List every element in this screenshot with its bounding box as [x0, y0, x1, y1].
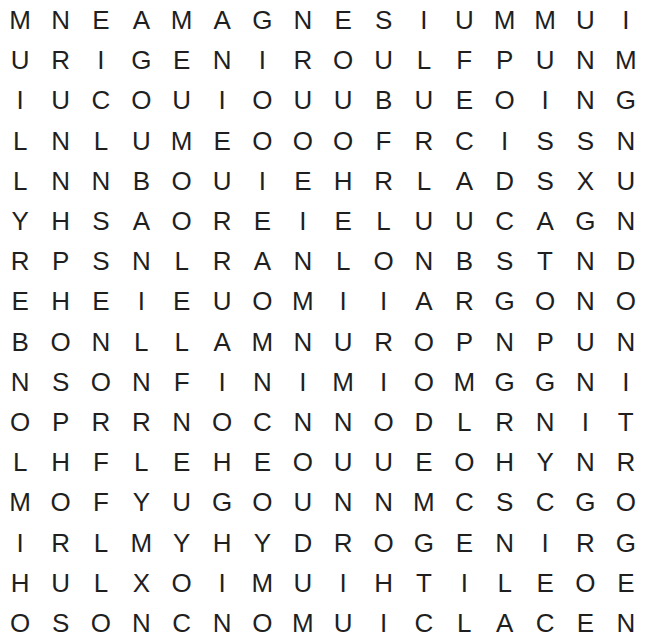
grid-cell-r16c10[interactable]: I — [363, 603, 403, 643]
grid-cell-r15c6[interactable]: I — [202, 563, 242, 603]
grid-cell-r11c2[interactable]: P — [40, 402, 80, 442]
grid-cell-r5c15[interactable]: X — [565, 161, 605, 201]
grid-cell-r7c6[interactable]: R — [202, 241, 242, 281]
grid-cell-r12c7[interactable]: E — [242, 442, 282, 482]
grid-cell-r11c3[interactable]: R — [81, 402, 121, 442]
grid-cell-r11c4[interactable]: R — [121, 402, 161, 442]
grid-cell-r14c5[interactable]: Y — [162, 522, 202, 562]
grid-cell-r9c9[interactable]: U — [323, 322, 363, 362]
grid-cell-r12c5[interactable]: E — [162, 442, 202, 482]
grid-cell-r11c1[interactable]: O — [0, 402, 40, 442]
grid-cell-r10c3[interactable]: O — [81, 362, 121, 402]
grid-cell-r8c10[interactable]: I — [363, 281, 403, 321]
grid-cell-r12c11[interactable]: E — [404, 442, 444, 482]
grid-cell-r6c4[interactable]: A — [121, 201, 161, 241]
grid-cell-r15c15[interactable]: O — [565, 563, 605, 603]
grid-cell-r10c13[interactable]: G — [485, 362, 525, 402]
grid-cell-r13c1[interactable]: M — [0, 482, 40, 522]
grid-cell-r10c5[interactable]: F — [162, 362, 202, 402]
grid-cell-r14c8[interactable]: D — [283, 522, 323, 562]
grid-cell-r1c13[interactable]: M — [485, 0, 525, 40]
grid-cell-r1c15[interactable]: U — [565, 0, 605, 40]
grid-cell-r1c3[interactable]: E — [81, 0, 121, 40]
grid-cell-r16c6[interactable]: N — [202, 603, 242, 643]
grid-cell-r5c5[interactable]: O — [162, 161, 202, 201]
grid-cell-r3c12[interactable]: E — [444, 80, 484, 120]
grid-cell-r3c16[interactable]: G — [606, 80, 646, 120]
grid-cell-r13c16[interactable]: O — [606, 482, 646, 522]
grid-cell-r8c16[interactable]: O — [606, 281, 646, 321]
grid-cell-r15c4[interactable]: X — [121, 563, 161, 603]
grid-cell-r11c12[interactable]: L — [444, 402, 484, 442]
grid-cell-r13c12[interactable]: C — [444, 482, 484, 522]
grid-cell-r8c11[interactable]: A — [404, 281, 444, 321]
grid-cell-r9c13[interactable]: N — [485, 322, 525, 362]
grid-cell-r15c3[interactable]: L — [81, 563, 121, 603]
grid-cell-r7c8[interactable]: N — [283, 241, 323, 281]
grid-cell-r15c2[interactable]: U — [40, 563, 80, 603]
grid-cell-r14c7[interactable]: Y — [242, 522, 282, 562]
grid-cell-r9c12[interactable]: P — [444, 322, 484, 362]
grid-cell-r8c9[interactable]: I — [323, 281, 363, 321]
grid-cell-r6c12[interactable]: U — [444, 201, 484, 241]
grid-cell-r6c14[interactable]: A — [525, 201, 565, 241]
grid-cell-r13c15[interactable]: G — [565, 482, 605, 522]
grid-cell-r2c12[interactable]: F — [444, 40, 484, 80]
grid-cell-r12c4[interactable]: L — [121, 442, 161, 482]
grid-cell-r5c16[interactable]: U — [606, 161, 646, 201]
grid-cell-r2c13[interactable]: P — [485, 40, 525, 80]
grid-cell-r6c13[interactable]: C — [485, 201, 525, 241]
grid-cell-r16c4[interactable]: N — [121, 603, 161, 643]
grid-cell-r11c15[interactable]: I — [565, 402, 605, 442]
grid-cell-r9c4[interactable]: L — [121, 322, 161, 362]
grid-cell-r8c3[interactable]: E — [81, 281, 121, 321]
grid-cell-r6c2[interactable]: H — [40, 201, 80, 241]
grid-cell-r16c9[interactable]: U — [323, 603, 363, 643]
grid-cell-r11c13[interactable]: R — [485, 402, 525, 442]
grid-cell-r8c5[interactable]: E — [162, 281, 202, 321]
grid-cell-r9c11[interactable]: O — [404, 322, 444, 362]
grid-cell-r5c12[interactable]: A — [444, 161, 484, 201]
grid-cell-r10c2[interactable]: S — [40, 362, 80, 402]
grid-cell-r11c11[interactable]: D — [404, 402, 444, 442]
grid-cell-r2c16[interactable]: M — [606, 40, 646, 80]
grid-cell-r15c7[interactable]: M — [242, 563, 282, 603]
word-search-page: MNEAMAGNESIUMMUIURIGENIROULFPUNMIUCOUIOU… — [0, 0, 646, 643]
grid-cell-r3c14[interactable]: I — [525, 80, 565, 120]
grid-cell-r5c3[interactable]: N — [81, 161, 121, 201]
grid-cell-r8c13[interactable]: G — [485, 281, 525, 321]
grid-cell-r15c11[interactable]: T — [404, 563, 444, 603]
grid-cell-r2c14[interactable]: U — [525, 40, 565, 80]
grid-cell-r9c10[interactable]: R — [363, 322, 403, 362]
grid-cell-r14c11[interactable]: G — [404, 522, 444, 562]
grid-cell-r2c1[interactable]: U — [0, 40, 40, 80]
grid-cell-r9c8[interactable]: N — [283, 322, 323, 362]
grid-cell-r7c1[interactable]: R — [0, 241, 40, 281]
grid-cell-r9c14[interactable]: P — [525, 322, 565, 362]
grid-cell-r1c6[interactable]: A — [202, 0, 242, 40]
grid-cell-r4c4[interactable]: U — [121, 121, 161, 161]
grid-cell-r5c7[interactable]: I — [242, 161, 282, 201]
grid-cell-r4c14[interactable]: S — [525, 121, 565, 161]
grid-cell-r13c3[interactable]: F — [81, 482, 121, 522]
grid-cell-r8c6[interactable]: U — [202, 281, 242, 321]
grid-cell-r6c3[interactable]: S — [81, 201, 121, 241]
grid-cell-r16c14[interactable]: C — [525, 603, 565, 643]
grid-cell-r14c2[interactable]: R — [40, 522, 80, 562]
grid-cell-r16c2[interactable]: S — [40, 603, 80, 643]
grid-cell-r15c9[interactable]: I — [323, 563, 363, 603]
grid-cell-r16c1[interactable]: O — [0, 603, 40, 643]
grid-cell-r12c1[interactable]: L — [0, 442, 40, 482]
grid-cell-r7c15[interactable]: N — [565, 241, 605, 281]
grid-cell-r8c15[interactable]: N — [565, 281, 605, 321]
grid-cell-r2c6[interactable]: N — [202, 40, 242, 80]
grid-cell-r4c6[interactable]: E — [202, 121, 242, 161]
grid-cell-r11c7[interactable]: C — [242, 402, 282, 442]
grid-cell-r15c8[interactable]: U — [283, 563, 323, 603]
grid-cell-r1c4[interactable]: A — [121, 0, 161, 40]
grid-cell-r4c9[interactable]: O — [323, 121, 363, 161]
grid-cell-r10c1[interactable]: N — [0, 362, 40, 402]
grid-cell-r3c8[interactable]: U — [283, 80, 323, 120]
grid-cell-r9c16[interactable]: N — [606, 322, 646, 362]
grid-cell-r6c11[interactable]: U — [404, 201, 444, 241]
grid-cell-r10c9[interactable]: M — [323, 362, 363, 402]
grid-cell-r9c3[interactable]: N — [81, 322, 121, 362]
grid-cell-r9c7[interactable]: M — [242, 322, 282, 362]
grid-cell-r11c14[interactable]: N — [525, 402, 565, 442]
grid-cell-r12c8[interactable]: O — [283, 442, 323, 482]
grid-cell-r5c9[interactable]: H — [323, 161, 363, 201]
grid-cell-r4c11[interactable]: R — [404, 121, 444, 161]
grid-cell-r11c16[interactable]: T — [606, 402, 646, 442]
grid-cell-r2c5[interactable]: E — [162, 40, 202, 80]
grid-cell-r1c2[interactable]: N — [40, 0, 80, 40]
grid-cell-r14c1[interactable]: I — [0, 522, 40, 562]
grid-cell-r7c5[interactable]: L — [162, 241, 202, 281]
grid-cell-r4c15[interactable]: S — [565, 121, 605, 161]
grid-cell-r3c10[interactable]: B — [363, 80, 403, 120]
grid-cell-r10c16[interactable]: I — [606, 362, 646, 402]
grid-cell-r6c6[interactable]: R — [202, 201, 242, 241]
grid-cell-r10c15[interactable]: N — [565, 362, 605, 402]
grid-cell-r12c3[interactable]: F — [81, 442, 121, 482]
grid-cell-r7c14[interactable]: T — [525, 241, 565, 281]
grid-cell-r7c16[interactable]: D — [606, 241, 646, 281]
grid-cell-r4c7[interactable]: O — [242, 121, 282, 161]
grid-cell-r6c8[interactable]: I — [283, 201, 323, 241]
grid-cell-r5c6[interactable]: U — [202, 161, 242, 201]
grid-cell-r15c16[interactable]: E — [606, 563, 646, 603]
grid-cell-r10c14[interactable]: G — [525, 362, 565, 402]
grid-cell-r4c5[interactable]: M — [162, 121, 202, 161]
grid-cell-r15c14[interactable]: E — [525, 563, 565, 603]
grid-cell-r16c12[interactable]: L — [444, 603, 484, 643]
grid-cell-r8c4[interactable]: I — [121, 281, 161, 321]
grid-cell-r11c5[interactable]: N — [162, 402, 202, 442]
grid-cell-r7c9[interactable]: L — [323, 241, 363, 281]
grid-cell-r15c1[interactable]: H — [0, 563, 40, 603]
grid-cell-r12c14[interactable]: Y — [525, 442, 565, 482]
grid-cell-r1c5[interactable]: M — [162, 0, 202, 40]
grid-cell-r5c14[interactable]: S — [525, 161, 565, 201]
grid-cell-r7c11[interactable]: N — [404, 241, 444, 281]
grid-cell-r1c16[interactable]: I — [606, 0, 646, 40]
grid-cell-r6c15[interactable]: G — [565, 201, 605, 241]
grid-cell-r6c9[interactable]: E — [323, 201, 363, 241]
grid-cell-r11c8[interactable]: N — [283, 402, 323, 442]
grid-cell-r14c6[interactable]: H — [202, 522, 242, 562]
grid-cell-r16c16[interactable]: N — [606, 603, 646, 643]
grid-cell-r2c3[interactable]: I — [81, 40, 121, 80]
grid-cell-r15c12[interactable]: I — [444, 563, 484, 603]
grid-cell-r3c13[interactable]: O — [485, 80, 525, 120]
grid-cell-r7c10[interactable]: O — [363, 241, 403, 281]
grid-cell-r1c10[interactable]: S — [363, 0, 403, 40]
grid-cell-r12c13[interactable]: H — [485, 442, 525, 482]
grid-cell-r1c14[interactable]: M — [525, 0, 565, 40]
grid-cell-r4c10[interactable]: F — [363, 121, 403, 161]
grid-cell-r14c13[interactable]: N — [485, 522, 525, 562]
grid-cell-r9c15[interactable]: U — [565, 322, 605, 362]
grid-cell-r15c10[interactable]: H — [363, 563, 403, 603]
grid-cell-r8c8[interactable]: M — [283, 281, 323, 321]
grid-cell-r4c3[interactable]: L — [81, 121, 121, 161]
grid-cell-r7c13[interactable]: S — [485, 241, 525, 281]
grid-cell-r12c15[interactable]: N — [565, 442, 605, 482]
grid-cell-r9c6[interactable]: A — [202, 322, 242, 362]
grid-cell-r2c8[interactable]: R — [283, 40, 323, 80]
grid-cell-r13c8[interactable]: U — [283, 482, 323, 522]
grid-cell-r14c9[interactable]: R — [323, 522, 363, 562]
grid-cell-r16c3[interactable]: O — [81, 603, 121, 643]
grid-cell-r14c3[interactable]: L — [81, 522, 121, 562]
grid-cell-r5c4[interactable]: B — [121, 161, 161, 201]
grid-cell-r2c4[interactable]: G — [121, 40, 161, 80]
grid-cell-r10c6[interactable]: I — [202, 362, 242, 402]
grid-cell-r13c6[interactable]: G — [202, 482, 242, 522]
grid-cell-r2c7[interactable]: I — [242, 40, 282, 80]
grid-cell-r13c2[interactable]: O — [40, 482, 80, 522]
grid-cell-r6c10[interactable]: L — [363, 201, 403, 241]
grid-cell-r10c11[interactable]: O — [404, 362, 444, 402]
grid-cell-r13c13[interactable]: S — [485, 482, 525, 522]
word-search-grid: MNEAMAGNESIUMMUIURIGENIROULFPUNMIUCOUIOU… — [0, 0, 646, 643]
grid-cell-r8c2[interactable]: H — [40, 281, 80, 321]
grid-cell-r8c14[interactable]: O — [525, 281, 565, 321]
grid-cell-r5c13[interactable]: D — [485, 161, 525, 201]
grid-cell-r7c7[interactable]: A — [242, 241, 282, 281]
grid-cell-r2c9[interactable]: O — [323, 40, 363, 80]
grid-cell-r1c1[interactable]: M — [0, 0, 40, 40]
grid-cell-r3c11[interactable]: U — [404, 80, 444, 120]
grid-cell-r5c10[interactable]: R — [363, 161, 403, 201]
grid-cell-r3c5[interactable]: U — [162, 80, 202, 120]
grid-cell-r8c12[interactable]: R — [444, 281, 484, 321]
grid-cell-r9c2[interactable]: O — [40, 322, 80, 362]
grid-cell-r10c7[interactable]: N — [242, 362, 282, 402]
grid-cell-r9c1[interactable]: B — [0, 322, 40, 362]
grid-cell-r8c7[interactable]: O — [242, 281, 282, 321]
grid-cell-r3c9[interactable]: U — [323, 80, 363, 120]
grid-cell-r12c6[interactable]: H — [202, 442, 242, 482]
grid-cell-r16c11[interactable]: C — [404, 603, 444, 643]
grid-cell-r4c1[interactable]: L — [0, 121, 40, 161]
grid-cell-r4c13[interactable]: I — [485, 121, 525, 161]
grid-cell-r3c3[interactable]: C — [81, 80, 121, 120]
grid-cell-r16c13[interactable]: A — [485, 603, 525, 643]
grid-cell-r14c4[interactable]: M — [121, 522, 161, 562]
grid-cell-r6c7[interactable]: E — [242, 201, 282, 241]
grid-cell-r9c5[interactable]: L — [162, 322, 202, 362]
grid-cell-r7c2[interactable]: P — [40, 241, 80, 281]
grid-cell-r4c12[interactable]: C — [444, 121, 484, 161]
grid-cell-r14c10[interactable]: O — [363, 522, 403, 562]
grid-cell-r2c10[interactable]: U — [363, 40, 403, 80]
grid-cell-r3c15[interactable]: N — [565, 80, 605, 120]
grid-cell-r1c7[interactable]: G — [242, 0, 282, 40]
grid-cell-r16c8[interactable]: M — [283, 603, 323, 643]
grid-cell-r6c1[interactable]: Y — [0, 201, 40, 241]
grid-cell-r12c2[interactable]: H — [40, 442, 80, 482]
grid-cell-r13c7[interactable]: O — [242, 482, 282, 522]
grid-cell-r10c10[interactable]: I — [363, 362, 403, 402]
grid-cell-r15c13[interactable]: L — [485, 563, 525, 603]
grid-cell-r13c4[interactable]: Y — [121, 482, 161, 522]
grid-cell-r13c5[interactable]: U — [162, 482, 202, 522]
grid-cell-r12c12[interactable]: O — [444, 442, 484, 482]
grid-cell-r1c11[interactable]: I — [404, 0, 444, 40]
grid-cell-r7c3[interactable]: S — [81, 241, 121, 281]
grid-cell-r11c6[interactable]: O — [202, 402, 242, 442]
grid-cell-r12c16[interactable]: R — [606, 442, 646, 482]
grid-cell-r1c12[interactable]: U — [444, 0, 484, 40]
grid-cell-r5c2[interactable]: N — [40, 161, 80, 201]
grid-cell-r5c8[interactable]: E — [283, 161, 323, 201]
grid-cell-r4c2[interactable]: N — [40, 121, 80, 161]
grid-cell-r5c1[interactable]: L — [0, 161, 40, 201]
grid-cell-r14c12[interactable]: E — [444, 522, 484, 562]
grid-cell-r2c15[interactable]: N — [565, 40, 605, 80]
grid-cell-r14c15[interactable]: R — [565, 522, 605, 562]
grid-cell-r12c9[interactable]: U — [323, 442, 363, 482]
grid-cell-r3c4[interactable]: O — [121, 80, 161, 120]
grid-cell-r12c10[interactable]: U — [363, 442, 403, 482]
grid-cell-r4c8[interactable]: O — [283, 121, 323, 161]
grid-cell-r13c9[interactable]: N — [323, 482, 363, 522]
grid-cell-r10c8[interactable]: I — [283, 362, 323, 402]
grid-cell-r13c10[interactable]: N — [363, 482, 403, 522]
grid-cell-r4c16[interactable]: N — [606, 121, 646, 161]
grid-cell-r14c14[interactable]: I — [525, 522, 565, 562]
grid-cell-r10c4[interactable]: N — [121, 362, 161, 402]
grid-cell-r2c2[interactable]: R — [40, 40, 80, 80]
grid-cell-r2c11[interactable]: L — [404, 40, 444, 80]
grid-cell-r6c16[interactable]: N — [606, 201, 646, 241]
grid-cell-r14c16[interactable]: G — [606, 522, 646, 562]
grid-cell-r3c7[interactable]: O — [242, 80, 282, 120]
grid-cell-r7c12[interactable]: B — [444, 241, 484, 281]
grid-cell-r16c7[interactable]: O — [242, 603, 282, 643]
grid-cell-r1c9[interactable]: E — [323, 0, 363, 40]
grid-cell-r15c5[interactable]: O — [162, 563, 202, 603]
grid-cell-r10c12[interactable]: M — [444, 362, 484, 402]
grid-cell-r7c4[interactable]: N — [121, 241, 161, 281]
grid-cell-r13c14[interactable]: C — [525, 482, 565, 522]
grid-cell-r1c8[interactable]: N — [283, 0, 323, 40]
grid-cell-r5c11[interactable]: L — [404, 161, 444, 201]
grid-cell-r8c1[interactable]: E — [0, 281, 40, 321]
grid-cell-r6c5[interactable]: O — [162, 201, 202, 241]
grid-cell-r3c6[interactable]: I — [202, 80, 242, 120]
grid-cell-r3c1[interactable]: I — [0, 80, 40, 120]
grid-cell-r16c15[interactable]: E — [565, 603, 605, 643]
grid-cell-r11c10[interactable]: O — [363, 402, 403, 442]
grid-cell-r3c2[interactable]: U — [40, 80, 80, 120]
grid-cell-r11c9[interactable]: N — [323, 402, 363, 442]
grid-cell-r16c5[interactable]: C — [162, 603, 202, 643]
grid-cell-r13c11[interactable]: M — [404, 482, 444, 522]
